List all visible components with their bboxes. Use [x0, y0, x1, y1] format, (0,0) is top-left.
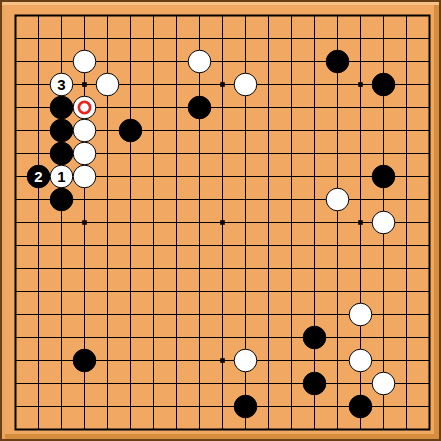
black-stone [50, 188, 73, 211]
black-stone [234, 395, 257, 418]
white-stone [73, 50, 96, 73]
star-point [82, 220, 87, 225]
black-stone [372, 73, 395, 96]
white-stone [73, 165, 96, 188]
star-point [358, 82, 363, 87]
black-stone [119, 119, 142, 142]
move-number-label: 2 [34, 168, 42, 185]
white-stone [73, 142, 96, 165]
black-stone [50, 119, 73, 142]
black-stone [50, 142, 73, 165]
white-stone [349, 349, 372, 372]
star-point [220, 220, 225, 225]
black-stone [372, 165, 395, 188]
black-stone [73, 349, 96, 372]
black-stone [50, 96, 73, 119]
black-stone [326, 50, 349, 73]
board-grid-and-stones: 123 [2, 2, 441, 441]
star-point [220, 358, 225, 363]
go-board: 123 [0, 0, 441, 441]
black-stone [188, 96, 211, 119]
go-diagram: 123 [0, 0, 441, 441]
white-stone [372, 372, 395, 395]
star-point [82, 82, 87, 87]
white-stone [73, 96, 96, 119]
white-stone [188, 50, 211, 73]
white-stone [349, 303, 372, 326]
move-number-label: 1 [57, 168, 65, 185]
black-stone [303, 372, 326, 395]
white-stone [234, 349, 257, 372]
white-stone [73, 119, 96, 142]
black-stone [349, 395, 372, 418]
black-stone [303, 326, 326, 349]
white-stone [96, 73, 119, 96]
white-stone [372, 211, 395, 234]
star-point [358, 220, 363, 225]
star-point [220, 82, 225, 87]
white-stone [326, 188, 349, 211]
white-stone [234, 73, 257, 96]
move-number-label: 3 [57, 76, 65, 93]
